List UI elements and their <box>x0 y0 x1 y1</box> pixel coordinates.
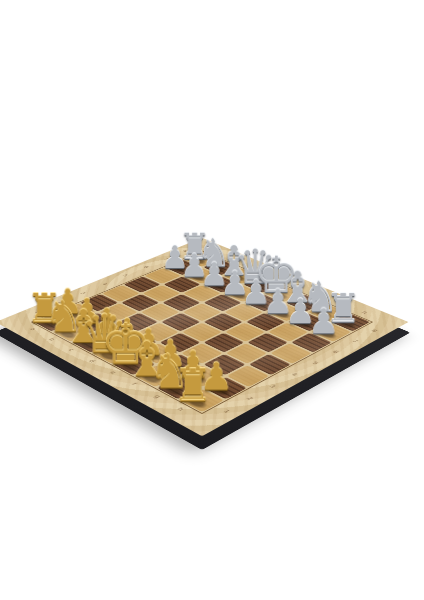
file-label: g <box>152 394 161 399</box>
file-label: c <box>67 348 75 352</box>
rank-label: 4 <box>100 283 108 286</box>
square-e4 <box>180 322 223 343</box>
chess-board: ♜♞♝♛♚♝♞♜♟♟♟♟♟♟♟♟♟♟♟♟♟♟♟♟♜♞♝♛♚♝♞♜ aabbccd… <box>0 238 408 436</box>
rank-label: 3 <box>267 384 276 389</box>
file-label: e <box>108 371 117 375</box>
file-label: a <box>28 327 36 331</box>
rank-label: 8 <box>370 329 378 333</box>
rank-label: 4 <box>289 373 298 377</box>
rank-label: 6 <box>142 266 149 269</box>
silver-pawn: ♟ <box>308 304 339 339</box>
rank-label: 7 <box>351 339 359 343</box>
file-label: f <box>130 382 138 386</box>
chess-set-product-photo: ♜♞♝♛♚♝♞♜♟♟♟♟♟♟♟♟♟♟♟♟♟♟♟♟♜♞♝♛♚♝♞♜ aabbccd… <box>0 0 424 600</box>
board-grid: ♜♞♝♛♚♝♞♜♟♟♟♟♟♟♟♟♟♟♟♟♟♟♟♟♜♞♝♛♚♝♞♜ <box>31 251 373 414</box>
rank-label: 5 <box>310 361 318 365</box>
rank-label: 5 <box>121 274 129 277</box>
rank-label: 1 <box>221 409 230 414</box>
rank-label: 6 <box>331 350 339 354</box>
rank-label: 2 <box>245 397 254 402</box>
gold-rook: ♜ <box>172 363 213 408</box>
square-c5 <box>161 293 202 312</box>
file-label: b <box>47 338 56 342</box>
file-label: d <box>87 359 96 363</box>
file-label: h <box>175 407 184 412</box>
